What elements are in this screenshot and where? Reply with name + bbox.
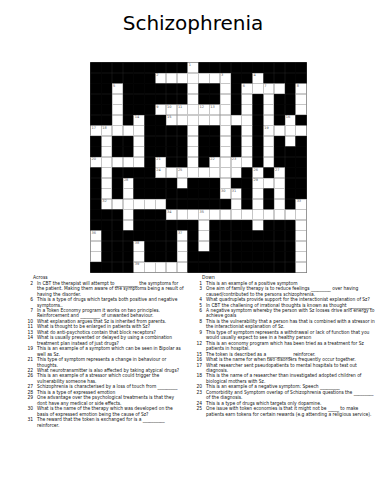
grid-cell-black bbox=[285, 168, 296, 179]
cell-number: 35 bbox=[199, 210, 203, 214]
grid-cell-white[interactable]: 19 bbox=[263, 126, 274, 137]
grid-cell-black bbox=[296, 157, 307, 168]
grid-cell-black bbox=[285, 252, 296, 263]
clue-item: 18This is the name of a researcher than … bbox=[176, 373, 380, 384]
grid-cell-white[interactable] bbox=[134, 126, 145, 137]
grid-cell-white[interactable]: 27 bbox=[274, 168, 285, 179]
cell-number: 26 bbox=[253, 168, 257, 172]
grid-cell-white[interactable] bbox=[274, 126, 285, 137]
grid-cell-white[interactable] bbox=[220, 136, 231, 147]
grid-cell-white[interactable] bbox=[242, 126, 253, 137]
grid-cell-white[interactable]: 3 bbox=[220, 73, 231, 84]
grid-cell-white[interactable] bbox=[144, 262, 155, 273]
clue-text: This is the vulnerability that a person … bbox=[206, 319, 376, 330]
clue-number: 21 bbox=[20, 357, 37, 368]
grid-cell-black bbox=[220, 252, 231, 263]
grid-cell-white[interactable] bbox=[252, 199, 263, 210]
grid-cell-black bbox=[123, 262, 134, 273]
grid-cell-white[interactable]: 36 bbox=[91, 231, 102, 242]
clue-text: Comorbidity and Symptom overlap of Schiz… bbox=[206, 390, 376, 401]
grid-cell-white[interactable]: 20 bbox=[91, 157, 102, 168]
grid-cell-white[interactable]: 23 bbox=[231, 157, 242, 168]
clue-text: What is the name of the therapy which wa… bbox=[37, 406, 185, 417]
grid-cell-white[interactable]: 34 bbox=[166, 210, 177, 221]
grid-cell-white[interactable] bbox=[231, 210, 242, 221]
grid-cell-white[interactable]: 13 bbox=[209, 105, 220, 116]
worksheet-page: Schizophrenia 12345678910111213141516171… bbox=[0, 0, 386, 500]
grid-cell-black bbox=[296, 136, 307, 147]
grid-cell-white[interactable] bbox=[101, 147, 112, 158]
grid-cell-white[interactable] bbox=[220, 84, 231, 95]
grid-cell-white[interactable]: 10 bbox=[166, 105, 177, 116]
grid-cell-white[interactable] bbox=[263, 105, 274, 116]
grid-cell-black bbox=[252, 126, 263, 137]
grid-cell-black bbox=[134, 94, 145, 105]
grid-cell-white[interactable] bbox=[220, 210, 231, 221]
grid-cell-white[interactable] bbox=[242, 94, 253, 105]
grid-cell-black bbox=[155, 231, 166, 242]
grid-cell-white[interactable]: 28 bbox=[123, 178, 134, 189]
grid-cell-white[interactable] bbox=[242, 157, 253, 168]
grid-cell-black bbox=[263, 220, 274, 231]
grid-cell-black bbox=[285, 262, 296, 273]
grid-cell-white[interactable] bbox=[242, 210, 253, 221]
grid-cell-white[interactable]: 24 bbox=[155, 168, 166, 179]
grid-cell-black bbox=[285, 84, 296, 95]
grid-cell-black bbox=[209, 262, 220, 273]
grid-cell-black bbox=[123, 105, 134, 116]
grid-cell-black bbox=[166, 241, 177, 252]
grid-cell-white[interactable] bbox=[123, 199, 134, 210]
grid-cell-white[interactable] bbox=[231, 115, 242, 126]
grid-cell-black bbox=[177, 63, 188, 74]
grid-cell-black bbox=[144, 168, 155, 179]
grid-cell-white[interactable] bbox=[252, 220, 263, 231]
grid-cell-black bbox=[242, 231, 253, 242]
grid-cell-white[interactable] bbox=[274, 178, 285, 189]
grid-cell-black bbox=[144, 105, 155, 116]
grid-cell-white[interactable]: 14 bbox=[134, 115, 145, 126]
grid-cell-white[interactable] bbox=[220, 157, 231, 168]
grid-cell-black bbox=[101, 73, 112, 84]
grid-cell-black bbox=[134, 178, 145, 189]
clue-text: What is usually prevented or delayed by … bbox=[37, 335, 185, 346]
grid-cell-white[interactable] bbox=[209, 210, 220, 221]
grid-cell-white[interactable]: 38 bbox=[134, 241, 145, 252]
grid-cell-white[interactable] bbox=[112, 94, 123, 105]
grid-cell-white[interactable] bbox=[220, 126, 231, 137]
cell-number: 12 bbox=[199, 105, 203, 109]
grid-cell-black bbox=[220, 220, 231, 231]
clue-item: 29One advantage over the psychological t… bbox=[20, 395, 185, 406]
grid-cell-black bbox=[166, 199, 177, 210]
grid-cell-white[interactable] bbox=[274, 210, 285, 221]
grid-cell-white[interactable] bbox=[166, 168, 177, 179]
grid-cell-white[interactable] bbox=[285, 136, 296, 147]
grid-cell-black bbox=[274, 94, 285, 105]
grid-cell-white[interactable] bbox=[188, 105, 199, 116]
grid-cell-black bbox=[220, 231, 231, 242]
clue-number: 18 bbox=[176, 373, 206, 384]
grid-cell-white[interactable]: 7 bbox=[263, 84, 274, 95]
grid-cell-black bbox=[242, 63, 253, 74]
grid-cell-white[interactable]: 33 bbox=[296, 199, 307, 210]
grid-cell-black bbox=[252, 231, 263, 242]
grid-cell-black bbox=[274, 147, 285, 158]
grid-cell-black bbox=[263, 63, 274, 74]
grid-cell-black bbox=[144, 136, 155, 147]
grid-cell-black bbox=[177, 157, 188, 168]
grid-cell-black bbox=[134, 63, 145, 74]
grid-cell-black bbox=[134, 105, 145, 116]
grid-cell-black bbox=[112, 252, 123, 263]
clue-number: 2 bbox=[20, 281, 37, 297]
grid-cell-white[interactable] bbox=[296, 105, 307, 116]
grid-cell-white[interactable] bbox=[188, 210, 199, 221]
grid-cell-white[interactable] bbox=[263, 178, 274, 189]
grid-cell-black bbox=[91, 210, 102, 221]
grid-cell-white[interactable] bbox=[123, 126, 134, 137]
grid-cell-white[interactable]: 9 bbox=[155, 105, 166, 116]
grid-cell-black bbox=[166, 178, 177, 189]
grid-cell-white[interactable] bbox=[209, 168, 220, 179]
grid-cell-white[interactable] bbox=[123, 210, 134, 221]
grid-cell-white[interactable] bbox=[296, 126, 307, 137]
grid-cell-white[interactable] bbox=[188, 73, 199, 84]
grid-cell-white[interactable]: 12 bbox=[198, 105, 209, 116]
grid-cell-white[interactable]: 11 bbox=[177, 105, 188, 116]
grid-cell-black bbox=[177, 126, 188, 137]
grid-cell-white[interactable] bbox=[123, 220, 134, 231]
grid-cell-black bbox=[144, 63, 155, 74]
grid-cell-white[interactable] bbox=[188, 147, 199, 158]
grid-cell-white[interactable] bbox=[101, 178, 112, 189]
grid-cell-white[interactable] bbox=[296, 241, 307, 252]
grid-cell-white[interactable] bbox=[242, 105, 253, 116]
grid-cell-black bbox=[231, 147, 242, 158]
grid-cell-white[interactable] bbox=[177, 262, 188, 273]
grid-cell-white[interactable] bbox=[166, 73, 177, 84]
grid-cell-black bbox=[263, 262, 274, 273]
clue-text: The reward that the token is exchanged f… bbox=[37, 417, 185, 428]
grid-cell-white[interactable] bbox=[166, 262, 177, 273]
cell-number: 31 bbox=[232, 189, 236, 193]
grid-cell-black bbox=[296, 168, 307, 179]
clue-text: This is an economy program which has bee… bbox=[206, 340, 376, 351]
cell-number: 16 bbox=[286, 116, 290, 120]
grid-cell-white[interactable]: 32 bbox=[101, 199, 112, 210]
grid-cell-white[interactable] bbox=[209, 115, 220, 126]
cell-number: 2 bbox=[156, 74, 158, 78]
grid-cell-black bbox=[144, 220, 155, 231]
grid-cell-black bbox=[91, 199, 102, 210]
grid-cell-white[interactable] bbox=[252, 84, 263, 95]
grid-cell-black bbox=[274, 252, 285, 263]
grid-cell-black bbox=[252, 147, 263, 158]
grid-cell-black bbox=[155, 178, 166, 189]
grid-cell-white[interactable] bbox=[188, 115, 199, 126]
grid-cell-black bbox=[242, 220, 253, 231]
grid-cell-white[interactable]: 5 bbox=[112, 84, 123, 95]
grid-cell-white[interactable] bbox=[242, 136, 253, 147]
grid-cell-black bbox=[144, 178, 155, 189]
grid-cell-black bbox=[166, 231, 177, 242]
grid-cell-black bbox=[134, 168, 145, 179]
cell-number: 5 bbox=[113, 84, 115, 88]
grid-cell-black bbox=[209, 136, 220, 147]
grid-cell-white[interactable] bbox=[134, 147, 145, 158]
grid-cell-black bbox=[263, 189, 274, 200]
grid-cell-black bbox=[188, 241, 199, 252]
grid-cell-white[interactable]: 30 bbox=[220, 189, 231, 200]
cell-number: 18 bbox=[102, 126, 106, 130]
grid-cell-white[interactable]: 2 bbox=[155, 73, 166, 84]
grid-cell-black bbox=[231, 94, 242, 105]
grid-cell-white[interactable] bbox=[144, 199, 155, 210]
grid-cell-white[interactable] bbox=[252, 210, 263, 221]
grid-cell-black bbox=[252, 63, 263, 74]
grid-cell-black bbox=[188, 252, 199, 263]
grid-cell-white[interactable] bbox=[91, 252, 102, 263]
grid-cell-black bbox=[285, 63, 296, 74]
grid-cell-black bbox=[101, 252, 112, 263]
grid-cell-black bbox=[274, 157, 285, 168]
grid-cell-black bbox=[144, 73, 155, 84]
cell-number: 32 bbox=[102, 200, 106, 204]
grid-cell-black bbox=[198, 199, 209, 210]
clue-number: 26 bbox=[20, 373, 37, 384]
grid-cell-white[interactable] bbox=[209, 73, 220, 84]
cell-number: 8 bbox=[297, 84, 299, 88]
grid-cell-white[interactable] bbox=[101, 136, 112, 147]
grid-cell-white[interactable] bbox=[231, 168, 242, 179]
grid-cell-white[interactable] bbox=[177, 252, 188, 263]
grid-cell-white[interactable] bbox=[252, 189, 263, 200]
grid-cell-black bbox=[101, 94, 112, 105]
clue-number: 19 bbox=[20, 346, 37, 357]
grid-cell-black bbox=[177, 94, 188, 105]
grid-cell-white[interactable] bbox=[220, 115, 231, 126]
grid-cell-white[interactable] bbox=[198, 168, 209, 179]
grid-cell-white[interactable]: 21 bbox=[155, 157, 166, 168]
grid-cell-white[interactable] bbox=[263, 157, 274, 168]
grid-cell-black bbox=[231, 231, 242, 242]
grid-cell-white[interactable]: 15 bbox=[166, 115, 177, 126]
grid-cell-white[interactable]: 4 bbox=[252, 73, 263, 84]
grid-cell-white[interactable] bbox=[242, 147, 253, 158]
clue-number: 29 bbox=[20, 395, 37, 406]
grid-cell-white[interactable] bbox=[263, 147, 274, 158]
grid-cell-white[interactable]: 1 bbox=[188, 63, 199, 74]
grid-cell-black bbox=[198, 63, 209, 74]
grid-cell-black bbox=[274, 220, 285, 231]
grid-cell-white[interactable] bbox=[231, 199, 242, 210]
grid-cell-black bbox=[252, 94, 263, 105]
grid-cell-white[interactable] bbox=[296, 210, 307, 221]
cell-number: 38 bbox=[135, 242, 139, 246]
grid-cell-white[interactable] bbox=[198, 73, 209, 84]
grid-cell-white[interactable] bbox=[177, 178, 188, 189]
cell-number: 25 bbox=[178, 168, 182, 172]
cell-number: 22 bbox=[210, 158, 214, 162]
grid-cell-white[interactable] bbox=[91, 241, 102, 252]
grid-cell-black bbox=[209, 94, 220, 105]
grid-cell-white[interactable] bbox=[263, 94, 274, 105]
grid-cell-white[interactable]: 16 bbox=[285, 115, 296, 126]
grid-cell-black bbox=[274, 63, 285, 74]
clue-item: 19This is an example of a symptom which … bbox=[20, 346, 185, 357]
grid-cell-black bbox=[198, 252, 209, 263]
cell-number: 6 bbox=[243, 84, 245, 88]
grid-cell-white[interactable] bbox=[296, 220, 307, 231]
clue-text: This is a type of drugs which targets bo… bbox=[37, 297, 185, 308]
clue-text: This type of symptom represents a withdr… bbox=[206, 330, 376, 341]
grid-cell-white[interactable] bbox=[188, 84, 199, 95]
grid-cell-black bbox=[123, 241, 134, 252]
grid-cell-black bbox=[231, 136, 242, 147]
grid-cell-black bbox=[177, 136, 188, 147]
grid-cell-white[interactable] bbox=[134, 199, 145, 210]
grid-cell-black bbox=[101, 220, 112, 231]
cell-number: 24 bbox=[156, 168, 160, 172]
grid-cell-white[interactable] bbox=[177, 210, 188, 221]
grid-cell-white[interactable]: 31 bbox=[231, 189, 242, 200]
grid-cell-white[interactable] bbox=[123, 189, 134, 200]
grid-cell-white[interactable]: 18 bbox=[101, 126, 112, 137]
grid-cell-white[interactable] bbox=[242, 115, 253, 126]
grid-cell-black bbox=[91, 189, 102, 200]
grid-cell-white[interactable]: 39 bbox=[134, 262, 145, 273]
grid-cell-white[interactable]: 8 bbox=[296, 84, 307, 95]
grid-cell-white[interactable] bbox=[263, 136, 274, 147]
grid-cell-white[interactable]: 25 bbox=[177, 168, 188, 179]
grid-cell-white[interactable]: 6 bbox=[242, 84, 253, 95]
grid-cell-white[interactable] bbox=[188, 136, 199, 147]
grid-cell-white[interactable] bbox=[101, 157, 112, 168]
grid-cell-white[interactable] bbox=[296, 94, 307, 105]
grid-cell-black bbox=[198, 262, 209, 273]
grid-cell-white[interactable]: 35 bbox=[198, 210, 209, 221]
cell-number: 10 bbox=[167, 105, 171, 109]
grid-cell-white[interactable] bbox=[285, 210, 296, 221]
grid-cell-black bbox=[101, 210, 112, 221]
grid-cell-white[interactable] bbox=[263, 210, 274, 221]
grid-cell-white[interactable] bbox=[198, 115, 209, 126]
grid-cell-black bbox=[274, 241, 285, 252]
grid-cell-black bbox=[123, 84, 134, 95]
grid-cell-white[interactable] bbox=[274, 189, 285, 200]
grid-cell-black bbox=[231, 178, 242, 189]
grid-cell-white[interactable]: 29 bbox=[252, 178, 263, 189]
grid-cell-white[interactable] bbox=[188, 94, 199, 105]
cell-number: 13 bbox=[210, 105, 214, 109]
grid-cell-white[interactable] bbox=[220, 168, 231, 179]
grid-cell-black bbox=[188, 262, 199, 273]
grid-cell-white[interactable] bbox=[112, 157, 123, 168]
grid-cell-white[interactable] bbox=[101, 168, 112, 179]
grid-cell-white[interactable] bbox=[198, 241, 209, 252]
grid-cell-white[interactable] bbox=[296, 262, 307, 273]
grid-cell-black bbox=[242, 73, 253, 84]
grid-cell-black bbox=[263, 199, 274, 210]
grid-cell-white[interactable] bbox=[263, 115, 274, 126]
clue-number: 7 bbox=[20, 308, 37, 319]
grid-cell-black bbox=[166, 63, 177, 74]
grid-cell-black bbox=[296, 189, 307, 200]
grid-cell-white[interactable] bbox=[220, 147, 231, 158]
grid-cell-black bbox=[198, 178, 209, 189]
cell-number: 20 bbox=[92, 158, 96, 162]
grid-cell-white[interactable] bbox=[134, 252, 145, 263]
grid-cell-black bbox=[112, 73, 123, 84]
clue-number: 17 bbox=[176, 362, 206, 373]
grid-cell-white[interactable] bbox=[177, 241, 188, 252]
grid-cell-black bbox=[155, 220, 166, 231]
grid-cell-white[interactable]: 26 bbox=[252, 168, 263, 179]
clue-item: 3One aim of family therapy is to reduce … bbox=[176, 286, 380, 297]
grid-cell-white[interactable] bbox=[220, 178, 231, 189]
grid-cell-white[interactable] bbox=[220, 94, 231, 105]
grid-cell-white[interactable] bbox=[198, 220, 209, 231]
clue-text: What researcher sent pseudopatients to m… bbox=[206, 362, 376, 373]
grid-cell-white[interactable] bbox=[285, 126, 296, 137]
grid-cell-white[interactable] bbox=[198, 231, 209, 242]
grid-cell-black bbox=[274, 73, 285, 84]
grid-cell-white[interactable] bbox=[177, 115, 188, 126]
grid-cell-black bbox=[285, 241, 296, 252]
grid-cell-white[interactable] bbox=[112, 126, 123, 137]
grid-cell-black bbox=[144, 84, 155, 95]
clue-item: 6This is a type of drugs which targets b… bbox=[20, 297, 185, 308]
grid-cell-white[interactable] bbox=[134, 157, 145, 168]
grid-cell-white[interactable] bbox=[112, 199, 123, 210]
grid-cell-white[interactable] bbox=[188, 157, 199, 168]
grid-cell-black bbox=[209, 178, 220, 189]
grid-cell-black bbox=[123, 63, 134, 74]
grid-cell-white[interactable] bbox=[220, 105, 231, 116]
cell-number: 14 bbox=[135, 116, 139, 120]
grid-cell-black bbox=[220, 262, 231, 273]
grid-cell-black bbox=[144, 189, 155, 200]
grid-cell-white[interactable] bbox=[188, 126, 199, 137]
grid-cell-black bbox=[91, 94, 102, 105]
clue-number: 8 bbox=[176, 319, 206, 330]
grid-cell-white[interactable] bbox=[274, 199, 285, 210]
grid-cell-white[interactable] bbox=[296, 252, 307, 263]
grid-cell-white[interactable] bbox=[123, 157, 134, 168]
grid-cell-white[interactable] bbox=[101, 189, 112, 200]
grid-cell-black bbox=[231, 252, 242, 263]
grid-cell-black bbox=[155, 210, 166, 221]
grid-cell-white[interactable]: 22 bbox=[209, 157, 220, 168]
grid-cell-white[interactable] bbox=[188, 168, 199, 179]
clue-item: 30What is the name of the therapy which … bbox=[20, 406, 185, 417]
grid-cell-white[interactable] bbox=[177, 73, 188, 84]
grid-cell-white[interactable] bbox=[296, 231, 307, 242]
grid-cell-black bbox=[209, 84, 220, 95]
across-clues-column: Across 2In CBT the therapist will attemp… bbox=[20, 275, 185, 428]
grid-cell-white[interactable] bbox=[155, 199, 166, 210]
grid-cell-black bbox=[123, 73, 134, 84]
grid-cell-white[interactable] bbox=[112, 115, 123, 126]
grid-cell-white[interactable] bbox=[274, 84, 285, 95]
grid-cell-white[interactable]: 17 bbox=[91, 126, 102, 137]
grid-cell-black bbox=[188, 199, 199, 210]
grid-cell-white[interactable]: 37 bbox=[177, 231, 188, 242]
grid-cell-white[interactable] bbox=[155, 262, 166, 273]
grid-cell-white[interactable] bbox=[134, 136, 145, 147]
grid-cell-white[interactable] bbox=[112, 105, 123, 116]
